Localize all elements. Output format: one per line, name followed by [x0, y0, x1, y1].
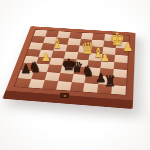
piece-white-pawn-h6[interactable]: ♟ [123, 41, 134, 53]
piece-white-pawn-g5[interactable]: ♟ [100, 52, 110, 63]
piece-white-bishop-b7[interactable]: ♝ [51, 37, 63, 50]
piece-black-rook-h3[interactable]: ♜ [104, 74, 117, 88]
piece-black-knight-b4[interactable]: ♞ [29, 60, 42, 74]
board-clasp-icon [60, 93, 69, 98]
piece-white-pawn-b5[interactable]: ♟ [41, 52, 51, 63]
chess-photo-scene: ♝♟♛♝♟♚♟♟♞♚♛♞♟♜ [0, 0, 150, 150]
piece-black-knight-f4[interactable]: ♞ [82, 64, 95, 78]
